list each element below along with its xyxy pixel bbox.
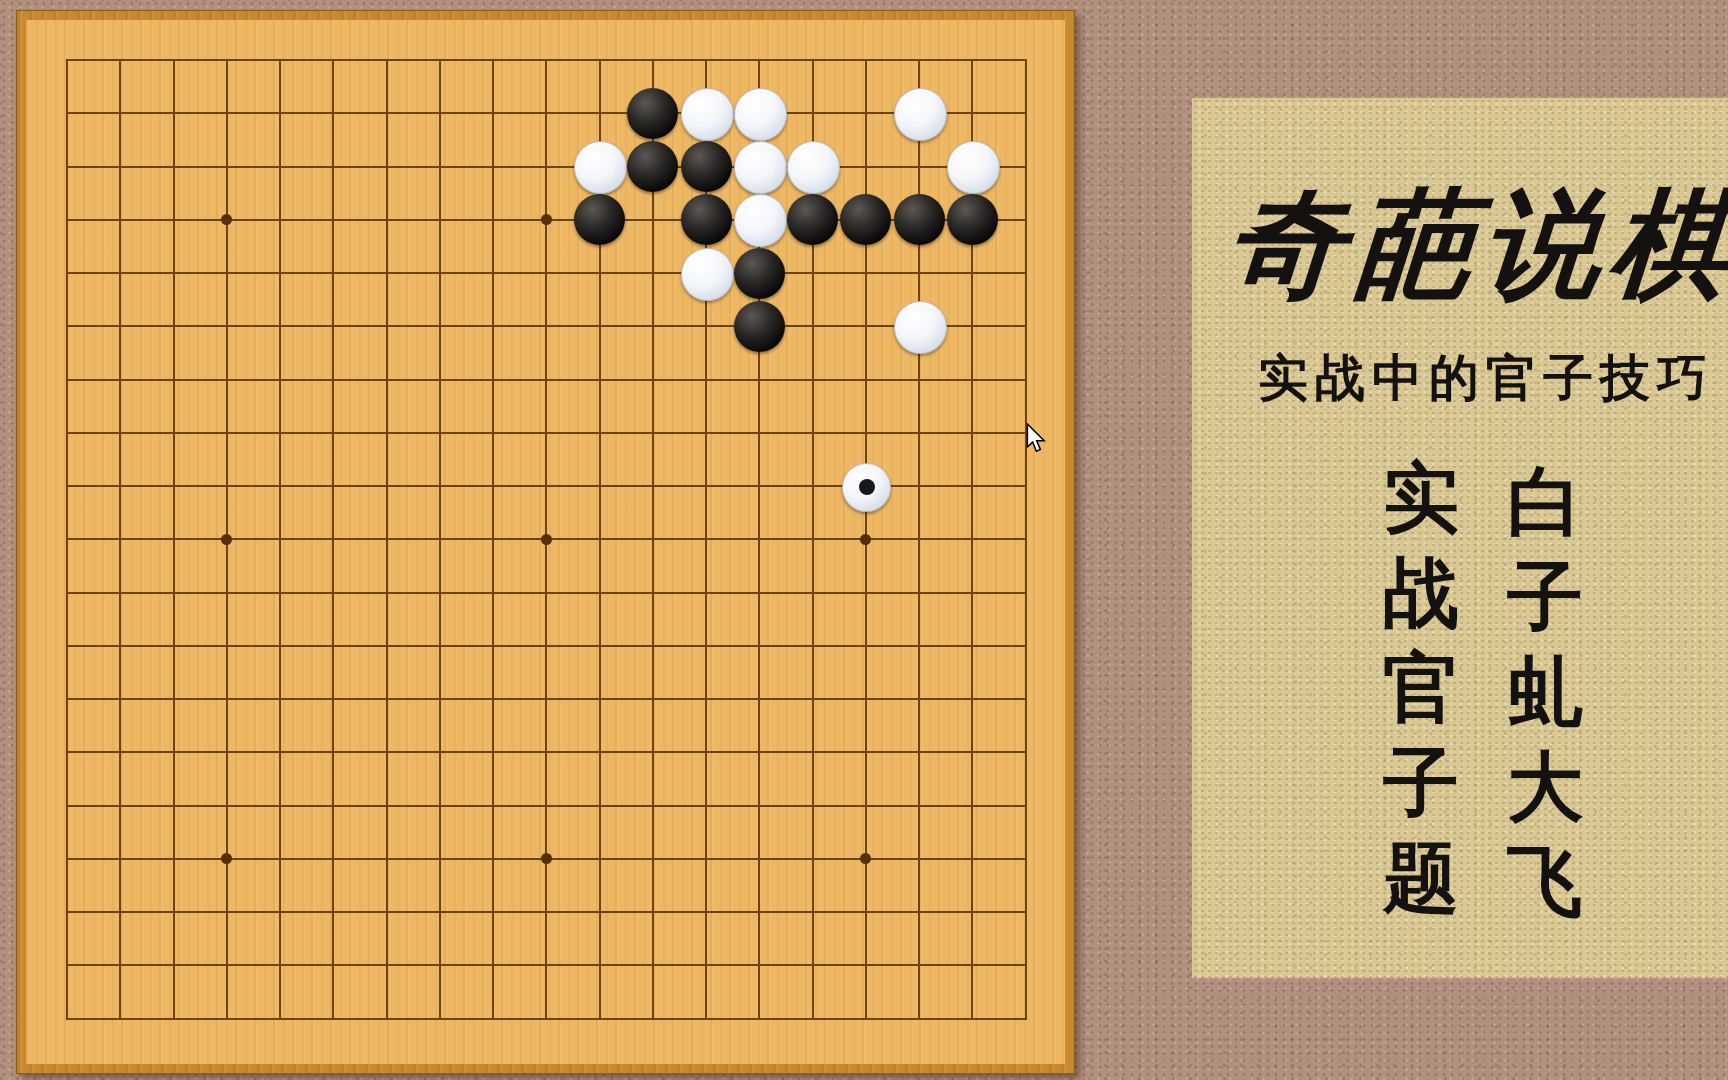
- panel-subtitle: 实战中的官子技巧: [1258, 350, 1714, 406]
- stone-white: [681, 88, 734, 141]
- star-point: [860, 853, 871, 864]
- panel-title: 奇葩说棋: [1222, 184, 1728, 304]
- star-point: [221, 214, 232, 225]
- app-background: 奇葩说棋 实战中的官子技巧 实战官子题 白子虬大飞: [0, 0, 1728, 1080]
- grid-line-horizontal: [66, 751, 1027, 753]
- stone-white: [947, 141, 1000, 194]
- stone-white: [734, 194, 787, 247]
- stone-black: [574, 194, 625, 245]
- stone-white: [894, 88, 947, 141]
- stone-white: [681, 248, 734, 301]
- go-board-frame: [16, 10, 1075, 1074]
- grid-line-horizontal: [66, 645, 1027, 647]
- grid-line-horizontal: [66, 698, 1027, 700]
- last-move-dot: [859, 479, 875, 495]
- stone-black: [681, 141, 732, 192]
- star-point: [221, 853, 232, 864]
- grid-line-horizontal: [66, 592, 1027, 594]
- star-point: [541, 214, 552, 225]
- star-point: [860, 534, 871, 545]
- stone-black: [681, 194, 732, 245]
- grid-line-vertical: [652, 59, 654, 1020]
- stone-black: [734, 248, 785, 299]
- grid-line-horizontal: [66, 964, 1027, 966]
- stone-white: [894, 301, 947, 354]
- panel-right-column: 白子虬大飞: [1502, 454, 1588, 929]
- star-point: [221, 534, 232, 545]
- stone-black: [734, 301, 785, 352]
- stone-black: [894, 194, 945, 245]
- stone-white: [574, 141, 627, 194]
- stone-white: [734, 88, 787, 141]
- panel-left-column: 实战官子题: [1378, 450, 1464, 925]
- stone-black: [840, 194, 891, 245]
- side-panel: 奇葩说棋 实战中的官子技巧 实战官子题 白子虬大飞: [1192, 98, 1728, 978]
- stone-white-marked: [842, 463, 891, 512]
- star-point: [541, 853, 552, 864]
- star-point: [541, 534, 552, 545]
- stone-black: [627, 141, 678, 192]
- grid-line-horizontal: [66, 1018, 1027, 1020]
- stone-white: [787, 141, 840, 194]
- stone-white: [734, 141, 787, 194]
- grid-line-horizontal: [66, 911, 1027, 913]
- stone-black: [787, 194, 838, 245]
- grid-line-horizontal: [66, 805, 1027, 807]
- stone-black: [947, 194, 998, 245]
- board-surface[interactable]: [26, 20, 1065, 1064]
- grid-line-vertical: [1025, 59, 1027, 1020]
- stone-black: [627, 88, 678, 139]
